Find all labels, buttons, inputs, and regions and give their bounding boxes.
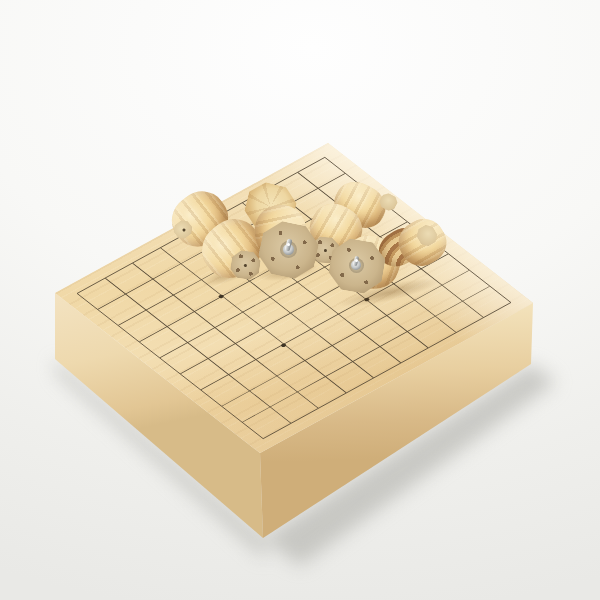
leg1-bolt-hole: [244, 264, 247, 267]
leg3-bolt-hole: [324, 249, 327, 252]
leg1-tip-dot: [182, 228, 186, 232]
leg2-bolt-highlight: [287, 243, 290, 246]
leg4-bolt-highlight: [355, 259, 358, 262]
product-photo-stage: [0, 0, 600, 600]
